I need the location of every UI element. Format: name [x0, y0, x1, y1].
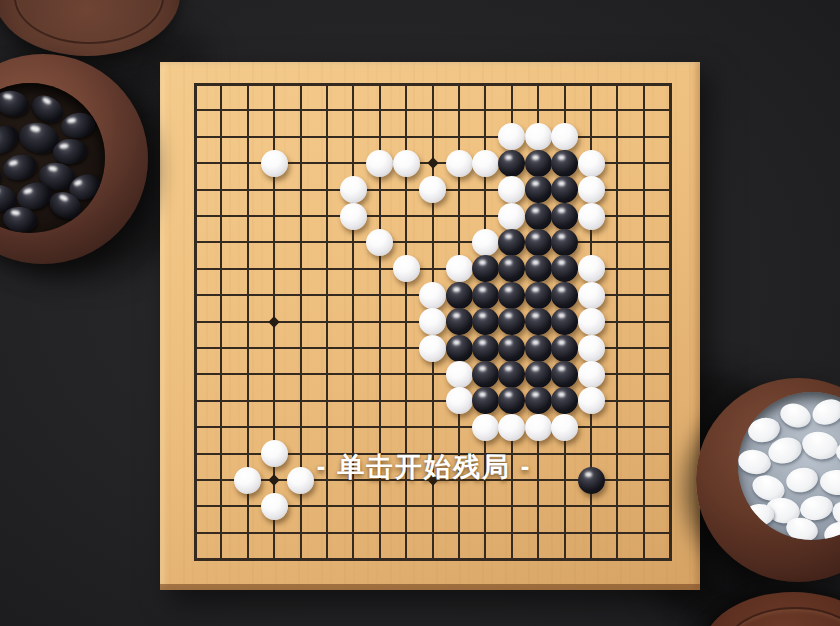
black-stone — [446, 308, 473, 335]
stone-highlight — [4, 93, 14, 100]
black-stone — [498, 282, 525, 309]
black-stone — [578, 467, 605, 494]
white-bowl-lid — [702, 592, 840, 626]
black-stone — [551, 150, 578, 177]
black-stone — [472, 361, 499, 388]
stone-highlight — [505, 260, 512, 265]
white-bowl-interior — [738, 392, 840, 540]
stone-highlight — [558, 260, 565, 265]
white-stone — [498, 123, 525, 150]
stone-highlight — [532, 208, 539, 213]
white-stone — [472, 229, 499, 256]
stone-highlight — [806, 500, 815, 506]
white-stone — [498, 414, 525, 441]
stone-highlight — [558, 392, 565, 397]
stone-highlight — [453, 287, 460, 292]
stone-highlight — [532, 313, 539, 318]
stone-highlight — [9, 159, 19, 166]
grid-line — [194, 532, 672, 534]
bowl-white-stone — [822, 518, 840, 540]
stone-highlight — [558, 208, 565, 213]
stone-highlight — [505, 366, 512, 371]
black-stone — [551, 203, 578, 230]
white-stone — [419, 282, 446, 309]
star-point — [269, 474, 280, 485]
grid-line — [194, 426, 672, 428]
black-stone — [498, 229, 525, 256]
stone-highlight — [558, 287, 565, 292]
stone-highlight — [791, 472, 800, 479]
stone-highlight — [558, 340, 565, 345]
bowl-white-stone — [819, 468, 840, 496]
stone-highlight — [773, 442, 783, 449]
white-stone — [578, 387, 605, 414]
stone-highlight — [73, 179, 83, 187]
white-stone — [366, 150, 393, 177]
bowl-black-stone — [0, 151, 39, 183]
bowl-white-stone — [743, 503, 774, 527]
black-stone — [525, 203, 552, 230]
white-stone — [261, 493, 288, 520]
white-stone — [261, 440, 288, 467]
bowl-white-stone — [809, 395, 840, 430]
white-stone — [446, 387, 473, 414]
stone-highlight — [42, 97, 52, 106]
stone-highlight — [479, 260, 486, 265]
stone-highlight — [558, 366, 565, 371]
go-board[interactable] — [160, 62, 700, 590]
stone-highlight — [750, 507, 758, 512]
white-stone — [551, 123, 578, 150]
stone-highlight — [479, 340, 486, 345]
stone-highlight — [453, 313, 460, 318]
black-stone — [525, 387, 552, 414]
black-stone — [525, 361, 552, 388]
stone-highlight — [829, 526, 838, 532]
white-stone — [419, 335, 446, 362]
stone-highlight — [505, 234, 512, 239]
white-stone — [578, 335, 605, 362]
white-stone — [340, 203, 367, 230]
white-stone — [578, 361, 605, 388]
stone-highlight — [532, 155, 539, 160]
bowl-white-stone — [784, 464, 821, 495]
black-stone — [446, 335, 473, 362]
white-stone — [551, 414, 578, 441]
white-stone — [446, 361, 473, 388]
lid-ring — [722, 607, 840, 626]
stone-highlight — [585, 472, 592, 477]
black-stone — [525, 229, 552, 256]
white-stone — [340, 176, 367, 203]
stone-highlight — [753, 422, 762, 428]
white-stone — [446, 150, 473, 177]
bowl-black-stone — [59, 110, 97, 141]
white-stone — [472, 414, 499, 441]
stone-highlight — [532, 234, 539, 239]
stone-highlight — [505, 155, 512, 160]
white-stone — [446, 255, 473, 282]
stone-highlight — [0, 186, 1, 194]
stone-highlight — [479, 366, 486, 371]
stone-highlight — [505, 313, 512, 318]
white-stone — [578, 203, 605, 230]
black-stone — [551, 361, 578, 388]
white-stone — [498, 176, 525, 203]
grid-line — [643, 83, 645, 561]
stone-highlight — [532, 287, 539, 292]
white-stone-bowl — [696, 378, 840, 582]
stone-highlight — [60, 143, 69, 149]
stone-highlight — [479, 287, 486, 292]
stone-highlight — [788, 405, 797, 412]
stone-highlight — [505, 287, 512, 292]
white-stone — [525, 414, 552, 441]
stone-highlight — [532, 181, 539, 186]
black-stone — [498, 387, 525, 414]
white-stone — [472, 150, 499, 177]
stone-highlight — [746, 452, 755, 458]
grid-line — [616, 83, 618, 561]
black-stone — [525, 308, 552, 335]
stone-highlight — [558, 313, 565, 318]
black-stone — [551, 282, 578, 309]
black-stone — [472, 282, 499, 309]
black-stone-bowl — [0, 54, 148, 264]
stone-highlight — [59, 193, 69, 201]
black-stone — [551, 387, 578, 414]
black-stone — [498, 361, 525, 388]
black-stone — [551, 308, 578, 335]
black-stone — [472, 308, 499, 335]
stone-highlight — [453, 340, 460, 345]
stone-highlight — [761, 477, 771, 484]
stone-highlight — [29, 125, 41, 133]
black-stone — [498, 150, 525, 177]
white-stone — [578, 255, 605, 282]
star-point — [269, 316, 280, 327]
black-stone — [525, 282, 552, 309]
stone-highlight — [811, 434, 821, 441]
white-stone — [366, 229, 393, 256]
stone-highlight — [558, 234, 565, 239]
star-point — [427, 158, 438, 169]
lid-ring — [14, 0, 163, 44]
black-stone — [525, 255, 552, 282]
bowl-black-stone — [0, 88, 31, 120]
black-stone — [472, 387, 499, 414]
black-stone — [498, 255, 525, 282]
grid-line — [194, 558, 672, 561]
white-stone — [393, 255, 420, 282]
grid-line — [669, 83, 672, 561]
black-bowl-interior — [0, 83, 105, 233]
stone-highlight — [794, 519, 803, 525]
black-stone — [551, 229, 578, 256]
white-stone — [393, 150, 420, 177]
black-stone — [472, 335, 499, 362]
stone-highlight — [48, 165, 58, 172]
stone-highlight — [532, 392, 539, 397]
black-stone — [498, 335, 525, 362]
black-stone — [446, 282, 473, 309]
bowl-white-stone — [800, 429, 840, 463]
stone-highlight — [67, 117, 77, 123]
black-stone — [525, 150, 552, 177]
white-stone — [578, 150, 605, 177]
black-stone — [525, 176, 552, 203]
stone-highlight — [479, 392, 486, 397]
stone-highlight — [816, 404, 826, 412]
white-stone — [287, 467, 314, 494]
stone-highlight — [558, 181, 565, 186]
stone-highlight — [22, 187, 32, 194]
white-stone — [419, 176, 446, 203]
white-stone — [234, 467, 261, 494]
bowl-white-stone — [777, 400, 814, 431]
stone-highlight — [505, 340, 512, 345]
stone-highlight — [505, 392, 512, 397]
stone-highlight — [11, 209, 20, 215]
start-endgame-prompt[interactable]: - 单击开始残局 - — [317, 449, 532, 485]
white-stone — [578, 282, 605, 309]
black-stone — [472, 255, 499, 282]
stone-highlight — [775, 500, 785, 507]
black-stone — [551, 176, 578, 203]
black-stone — [551, 255, 578, 282]
white-stone — [419, 308, 446, 335]
stone-highlight — [479, 313, 486, 318]
black-stone — [498, 308, 525, 335]
stone-highlight — [532, 340, 539, 345]
stone-highlight — [558, 155, 565, 160]
stone-highlight — [532, 366, 539, 371]
white-stone — [498, 203, 525, 230]
stone-highlight — [828, 473, 837, 479]
stone-highlight — [532, 260, 539, 265]
app-background: - 单击开始残局 - — [0, 0, 840, 626]
white-stone — [578, 308, 605, 335]
white-stone — [261, 150, 288, 177]
white-stone — [525, 123, 552, 150]
black-bowl-lid — [0, 0, 180, 56]
black-stone — [551, 335, 578, 362]
black-stone — [525, 335, 552, 362]
white-stone — [578, 176, 605, 203]
